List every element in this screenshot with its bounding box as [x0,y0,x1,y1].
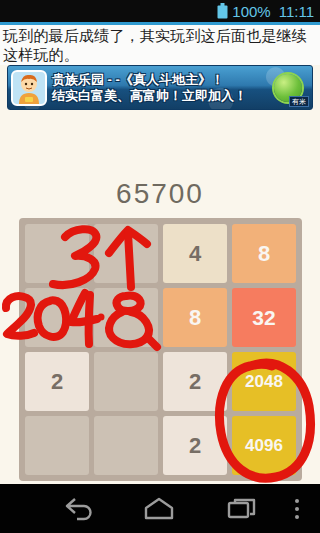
recents-button[interactable] [225,494,257,524]
note-text: 玩到的最后成绩了，其实玩到这后面也是继续这样玩的。 [0,25,320,65]
tile-8: 8 [232,224,296,283]
empty-cell [94,224,158,283]
clock: 11:11 [279,3,314,20]
back-button[interactable] [62,494,94,524]
navigation-bar [0,484,320,533]
empty-cell [25,288,89,347]
game-board[interactable]: 4883222204824096 [19,218,302,481]
back-icon [62,496,94,522]
recents-icon [225,497,257,521]
ad-line2: 结实白富美、高富帅！立即加入！ [52,88,312,104]
ad-banner[interactable]: 贵族乐园 - -《真人斗地主》！ 结实白富美、高富帅！立即加入！ 有米 [7,65,313,110]
home-button[interactable] [143,494,175,524]
status-bar: 100% 11:11 [0,0,320,22]
empty-cell [94,352,158,411]
ad-line1: 贵族乐园 - -《真人斗地主》！ [52,72,312,88]
battery-percent: 100% [232,3,270,20]
ad-network-badge: 有米 [289,96,309,107]
score-value: 65700 [0,178,320,210]
home-icon [143,497,175,521]
tile-2: 2 [25,352,89,411]
tile-2048: 2048 [232,352,296,411]
battery-icon [217,3,228,19]
empty-cell [25,416,89,475]
tile-2: 2 [163,416,227,475]
android-screen: 100% 11:11 玩到的最后成绩了，其实玩到这后面也是继续这样玩的。 贵族乐… [0,0,320,533]
empty-cell [25,224,89,283]
menu-button[interactable] [293,494,301,524]
tile-4096: 4096 [232,416,296,475]
tile-8: 8 [163,288,227,347]
tile-2: 2 [163,352,227,411]
menu-dots-icon [293,498,301,520]
empty-cell [94,288,158,347]
empty-cell [94,416,158,475]
ad-text: 贵族乐园 - -《真人斗地主》！ 结实白富美、高富帅！立即加入！ [52,72,312,104]
ad-app-icon [11,70,47,106]
tile-4: 4 [163,224,227,283]
tile-32: 32 [232,288,296,347]
